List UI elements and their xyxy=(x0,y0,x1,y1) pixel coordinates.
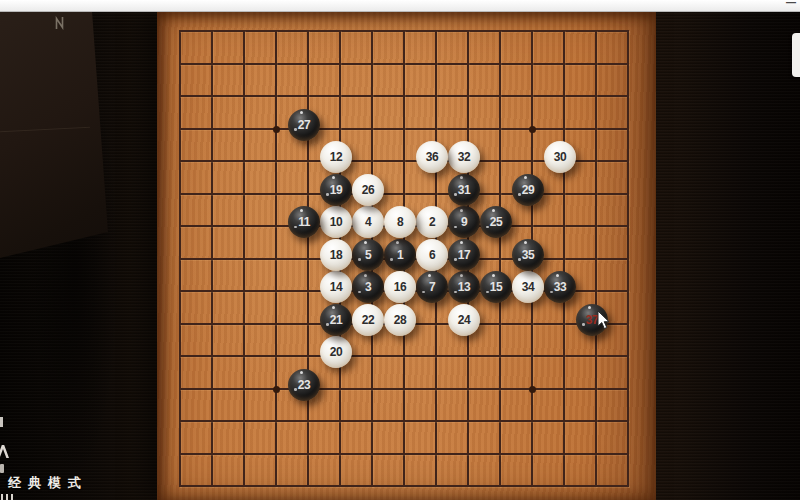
stone-move-number: 32 xyxy=(448,141,480,173)
stone-black-17: 17 xyxy=(448,239,480,271)
stone-move-number: 17 xyxy=(448,239,480,271)
side-panel-edge[interactable] xyxy=(792,33,800,77)
stone-black-7: 7 xyxy=(416,271,448,303)
stone-move-number: 1 xyxy=(384,239,416,271)
stone-move-number: 23 xyxy=(288,369,320,401)
stone-move-number: 34 xyxy=(512,271,544,303)
stone-white-4: 4 xyxy=(352,206,384,238)
mode-label: 经典模式 xyxy=(8,474,88,492)
stone-move-number: 6 xyxy=(416,239,448,271)
stone-move-number: 2 xyxy=(416,206,448,238)
stone-white-26: 26 xyxy=(352,174,384,206)
grid-line xyxy=(179,388,629,390)
stone-white-28: 28 xyxy=(384,304,416,336)
stone-white-6: 6 xyxy=(416,239,448,271)
star-point xyxy=(273,126,280,133)
stone-move-number: 29 xyxy=(512,174,544,206)
stone-move-number: 19 xyxy=(320,174,352,206)
stone-black-31: 31 xyxy=(448,174,480,206)
stone-move-number: 27 xyxy=(288,109,320,141)
stone-black-11: 11 xyxy=(288,206,320,238)
left-edge-text-fragment xyxy=(0,464,4,473)
stone-white-18: 18 xyxy=(320,239,352,271)
notebook xyxy=(0,11,112,261)
grid-line xyxy=(595,30,597,487)
stone-move-number: 8 xyxy=(384,206,416,238)
stone-move-number: 35 xyxy=(512,239,544,271)
stone-move-number: 33 xyxy=(544,271,576,303)
stone-move-number: 12 xyxy=(320,141,352,173)
grid-line xyxy=(179,485,629,487)
grid-line xyxy=(179,355,629,357)
stone-move-number: 20 xyxy=(320,336,352,368)
game-screen: 1234567891011121314151617181920212223242… xyxy=(0,0,800,500)
stone-white-8: 8 xyxy=(384,206,416,238)
stone-black-35: 35 xyxy=(512,239,544,271)
stone-move-number: 4 xyxy=(352,206,384,238)
stone-move-number: 16 xyxy=(384,271,416,303)
grid-line xyxy=(179,420,629,422)
stone-move-number: 28 xyxy=(384,304,416,336)
stone-black-33: 33 xyxy=(544,271,576,303)
stone-white-14: 14 xyxy=(320,271,352,303)
stone-move-number: 3 xyxy=(352,271,384,303)
gomoku-board[interactable]: 1234567891011121314151617181920212223242… xyxy=(157,12,656,500)
stone-black-3: 3 xyxy=(352,271,384,303)
stone-move-number: 5 xyxy=(352,239,384,271)
pen-clip-icon xyxy=(55,16,65,30)
grid-line xyxy=(179,453,629,455)
stone-black-29: 29 xyxy=(512,174,544,206)
stone-move-number: 21 xyxy=(320,304,352,336)
stone-black-15: 15 xyxy=(480,271,512,303)
stone-white-30: 30 xyxy=(544,141,576,173)
stone-white-36: 36 xyxy=(416,141,448,173)
stone-move-number: 24 xyxy=(448,304,480,336)
titlebar: — xyxy=(0,0,800,12)
star-point xyxy=(529,126,536,133)
stone-black-25: 25 xyxy=(480,206,512,238)
grid-line xyxy=(627,30,629,487)
stone-white-22: 22 xyxy=(352,304,384,336)
stone-black-13: 13 xyxy=(448,271,480,303)
stone-move-number: 10 xyxy=(320,206,352,238)
stone-move-number: 14 xyxy=(320,271,352,303)
stone-move-number: 36 xyxy=(416,141,448,173)
grid-line xyxy=(563,30,565,487)
stone-black-27: 27 xyxy=(288,109,320,141)
stone-move-number: 11 xyxy=(288,206,320,238)
stone-black-1: 1 xyxy=(384,239,416,271)
stone-white-32: 32 xyxy=(448,141,480,173)
stone-white-20: 20 xyxy=(320,336,352,368)
stone-black-21: 21 xyxy=(320,304,352,336)
stone-white-16: 16 xyxy=(384,271,416,303)
stone-white-10: 10 xyxy=(320,206,352,238)
stone-white-12: 12 xyxy=(320,141,352,173)
stone-black-9: 9 xyxy=(448,206,480,238)
stone-move-number: 9 xyxy=(448,206,480,238)
stone-move-number: 13 xyxy=(448,271,480,303)
stone-move-number: 7 xyxy=(416,271,448,303)
stone-white-24: 24 xyxy=(448,304,480,336)
star-point xyxy=(529,386,536,393)
star-point xyxy=(273,386,280,393)
stone-black-19: 19 xyxy=(320,174,352,206)
stone-move-number: 18 xyxy=(320,239,352,271)
stone-move-number: 15 xyxy=(480,271,512,303)
stone-move-number: 26 xyxy=(352,174,384,206)
left-edge-text-fragment xyxy=(1,494,14,500)
stone-move-number: 25 xyxy=(480,206,512,238)
stone-black-23: 23 xyxy=(288,369,320,401)
left-edge-text-fragment xyxy=(0,445,9,458)
left-edge-text-fragment xyxy=(0,417,3,427)
notebook-seam xyxy=(0,127,90,133)
stone-move-number: 31 xyxy=(448,174,480,206)
stone-black-5: 5 xyxy=(352,239,384,271)
grid-line xyxy=(499,30,501,487)
minimize-icon[interactable]: — xyxy=(786,0,796,8)
mouse-cursor xyxy=(597,310,611,331)
stone-white-2: 2 xyxy=(416,206,448,238)
stone-move-number: 30 xyxy=(544,141,576,173)
stone-move-number: 22 xyxy=(352,304,384,336)
stone-white-34: 34 xyxy=(512,271,544,303)
